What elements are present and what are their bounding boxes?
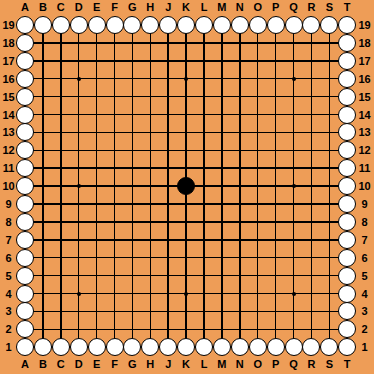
- coord-label-top-H: H: [146, 2, 154, 13]
- coord-label-right-4: 4: [361, 288, 367, 299]
- coord-label-right-11: 11: [359, 163, 371, 174]
- stone-white-T8[interactable]: [338, 213, 356, 231]
- stone-white-T1[interactable]: [338, 338, 356, 356]
- stone-white-T3[interactable]: [338, 302, 356, 320]
- stone-white-O19[interactable]: [249, 16, 267, 34]
- coord-label-bottom-L: L: [201, 359, 208, 370]
- coord-label-left-17: 17: [2, 55, 14, 66]
- coord-label-top-N: N: [236, 2, 244, 13]
- stone-white-A15[interactable]: [16, 88, 34, 106]
- stone-white-T7[interactable]: [338, 231, 356, 249]
- coord-label-left-6: 6: [5, 252, 11, 263]
- coord-label-bottom-S: S: [326, 359, 333, 370]
- coord-label-left-1: 1: [5, 342, 11, 353]
- coord-label-right-15: 15: [358, 91, 370, 102]
- grid-line-horizontal-2: [24, 329, 348, 331]
- coord-label-bottom-E: E: [93, 359, 100, 370]
- coord-label-left-11: 11: [3, 163, 15, 174]
- coord-label-right-9: 9: [361, 199, 367, 210]
- coord-label-bottom-Q: Q: [289, 359, 298, 370]
- stone-white-N19[interactable]: [231, 16, 249, 34]
- stone-white-A5[interactable]: [16, 267, 34, 285]
- coord-label-right-7: 7: [361, 234, 367, 245]
- grid-line-vertical-R: [311, 24, 313, 348]
- coord-label-left-8: 8: [5, 216, 11, 227]
- coord-label-bottom-C: C: [57, 359, 65, 370]
- go-app-window: AA1919BB1818CC1717DD1616EE1515FF1414GG13…: [0, 0, 374, 374]
- stone-white-C19[interactable]: [52, 16, 70, 34]
- stone-white-F19[interactable]: [106, 16, 124, 34]
- stone-white-A10[interactable]: [16, 177, 34, 195]
- coord-label-right-17: 17: [358, 55, 370, 66]
- stone-white-A11[interactable]: [16, 159, 34, 177]
- coord-label-top-P: P: [272, 2, 279, 13]
- stone-white-A3[interactable]: [16, 302, 34, 320]
- stone-white-J19[interactable]: [159, 16, 177, 34]
- coord-label-left-15: 15: [2, 91, 14, 102]
- coord-label-bottom-A: A: [21, 359, 29, 370]
- stone-white-P1[interactable]: [267, 338, 285, 356]
- grid-line-horizontal-9: [24, 203, 348, 205]
- stone-white-T9[interactable]: [338, 195, 356, 213]
- stone-white-A12[interactable]: [16, 141, 34, 159]
- coord-label-top-L: L: [201, 2, 208, 13]
- stone-white-F1[interactable]: [106, 338, 124, 356]
- coord-label-top-Q: Q: [289, 2, 298, 13]
- stone-white-T16[interactable]: [338, 70, 356, 88]
- coord-label-left-18: 18: [2, 37, 14, 48]
- grid-line-horizontal-7: [24, 239, 348, 241]
- stone-white-A18[interactable]: [16, 34, 34, 52]
- stone-white-T11[interactable]: [338, 159, 356, 177]
- stone-white-D19[interactable]: [70, 16, 88, 34]
- stone-white-M19[interactable]: [213, 16, 231, 34]
- coord-label-bottom-T: T: [344, 359, 351, 370]
- coord-label-right-1: 1: [361, 342, 367, 353]
- stone-white-H1[interactable]: [141, 338, 159, 356]
- stone-white-E1[interactable]: [88, 338, 106, 356]
- stone-white-H19[interactable]: [141, 16, 159, 34]
- stone-white-T18[interactable]: [338, 34, 356, 52]
- coord-label-top-O: O: [253, 2, 262, 13]
- grid-line-horizontal-6: [24, 257, 348, 259]
- coord-label-top-K: K: [182, 2, 190, 13]
- coord-label-bottom-H: H: [146, 359, 154, 370]
- stone-white-S19[interactable]: [320, 16, 338, 34]
- coord-label-left-12: 12: [2, 145, 14, 156]
- coord-label-bottom-D: D: [75, 359, 83, 370]
- stone-white-T12[interactable]: [338, 141, 356, 159]
- stone-white-A14[interactable]: [16, 106, 34, 124]
- coord-label-bottom-B: B: [39, 359, 47, 370]
- coord-label-bottom-N: N: [236, 359, 244, 370]
- stone-white-A16[interactable]: [16, 70, 34, 88]
- stone-white-P19[interactable]: [267, 16, 285, 34]
- stone-white-Q1[interactable]: [285, 338, 303, 356]
- coord-label-right-14: 14: [358, 109, 370, 120]
- stone-white-L19[interactable]: [195, 16, 213, 34]
- coord-label-right-16: 16: [358, 73, 370, 84]
- coord-label-top-C: C: [57, 2, 65, 13]
- coord-label-right-3: 3: [361, 306, 367, 317]
- coord-label-bottom-J: J: [165, 359, 171, 370]
- coord-label-bottom-M: M: [217, 359, 226, 370]
- stone-white-A6[interactable]: [16, 249, 34, 267]
- stone-white-T15[interactable]: [338, 88, 356, 106]
- coord-label-left-9: 9: [5, 199, 11, 210]
- coord-label-left-3: 3: [5, 306, 11, 317]
- stone-white-T14[interactable]: [338, 106, 356, 124]
- stone-white-T19[interactable]: [338, 16, 356, 34]
- coord-label-top-F: F: [111, 2, 118, 13]
- coord-label-top-M: M: [217, 2, 226, 13]
- stone-white-K19[interactable]: [177, 16, 195, 34]
- stone-white-B19[interactable]: [34, 16, 52, 34]
- hoshi-point-D16: [77, 77, 81, 81]
- stone-white-R19[interactable]: [302, 16, 320, 34]
- coord-label-bottom-G: G: [128, 359, 137, 370]
- hoshi-point-D4: [77, 292, 81, 296]
- stone-white-A8[interactable]: [16, 213, 34, 231]
- grid-line-vertical-O: [257, 24, 259, 348]
- stone-white-T13[interactable]: [338, 123, 356, 141]
- stone-white-C1[interactable]: [52, 338, 70, 356]
- coord-label-right-18: 18: [358, 37, 370, 48]
- grid-line-horizontal-8: [24, 221, 348, 223]
- stone-white-T17[interactable]: [338, 52, 356, 70]
- stone-white-A17[interactable]: [16, 52, 34, 70]
- coord-label-left-2: 2: [5, 324, 11, 335]
- stone-white-L1[interactable]: [195, 338, 213, 356]
- hoshi-point-K16: [184, 77, 188, 81]
- stone-white-A1[interactable]: [16, 338, 34, 356]
- coord-label-top-R: R: [307, 2, 315, 13]
- coord-label-right-10: 10: [358, 181, 370, 192]
- stone-white-D1[interactable]: [70, 338, 88, 356]
- coord-label-left-14: 14: [2, 109, 14, 120]
- grid-line-vertical-M: [221, 24, 223, 348]
- coord-label-left-16: 16: [2, 73, 14, 84]
- grid-line-vertical-L: [203, 24, 205, 348]
- stone-black-K10[interactable]: [177, 177, 195, 195]
- stone-white-A19[interactable]: [16, 16, 34, 34]
- hoshi-point-Q16: [292, 77, 296, 81]
- coord-label-right-2: 2: [361, 324, 367, 335]
- stone-white-S1[interactable]: [320, 338, 338, 356]
- coord-label-left-7: 7: [5, 234, 11, 245]
- stone-white-E19[interactable]: [88, 16, 106, 34]
- coord-label-left-13: 13: [2, 127, 14, 138]
- hoshi-point-Q4: [292, 292, 296, 296]
- coord-label-top-E: E: [93, 2, 100, 13]
- coord-label-top-D: D: [75, 2, 83, 13]
- coord-label-bottom-K: K: [182, 359, 190, 370]
- stone-white-A7[interactable]: [16, 231, 34, 249]
- coord-label-right-13: 13: [358, 127, 370, 138]
- coord-label-top-G: G: [128, 2, 137, 13]
- coord-label-left-5: 5: [5, 270, 11, 281]
- grid-line-vertical-N: [239, 24, 241, 348]
- coord-label-right-6: 6: [361, 252, 367, 263]
- stone-white-A4[interactable]: [16, 285, 34, 303]
- stone-white-J1[interactable]: [159, 338, 177, 356]
- stone-white-R1[interactable]: [302, 338, 320, 356]
- stone-white-K1[interactable]: [177, 338, 195, 356]
- hoshi-point-Q10: [292, 184, 296, 188]
- stone-white-T4[interactable]: [338, 285, 356, 303]
- stone-white-T2[interactable]: [338, 320, 356, 338]
- hoshi-point-K4: [184, 292, 188, 296]
- coord-label-top-S: S: [326, 2, 333, 13]
- stone-white-A13[interactable]: [16, 123, 34, 141]
- coord-label-bottom-P: P: [272, 359, 279, 370]
- coord-label-top-T: T: [344, 2, 351, 13]
- grid-line-horizontal-3: [24, 311, 348, 313]
- coord-label-left-4: 4: [5, 288, 11, 299]
- stone-white-T6[interactable]: [338, 249, 356, 267]
- coord-label-bottom-R: R: [307, 359, 315, 370]
- coord-label-bottom-F: F: [111, 359, 118, 370]
- coord-label-top-J: J: [165, 2, 171, 13]
- coord-label-top-B: B: [39, 2, 47, 13]
- grid-line-horizontal-5: [24, 275, 348, 277]
- coord-label-bottom-O: O: [253, 359, 262, 370]
- coord-label-top-A: A: [21, 2, 29, 13]
- stone-white-A2[interactable]: [16, 320, 34, 338]
- coord-label-left-10: 10: [2, 181, 14, 192]
- coord-label-right-12: 12: [358, 145, 370, 156]
- coord-label-right-8: 8: [361, 216, 367, 227]
- hoshi-point-D10: [77, 184, 81, 188]
- stone-white-O1[interactable]: [249, 338, 267, 356]
- stone-white-T10[interactable]: [338, 177, 356, 195]
- stone-white-N1[interactable]: [231, 338, 249, 356]
- coord-label-right-5: 5: [361, 270, 367, 281]
- stone-white-Q19[interactable]: [285, 16, 303, 34]
- stone-white-G1[interactable]: [123, 338, 141, 356]
- coord-label-left-19: 19: [2, 20, 14, 31]
- grid-line-vertical-P: [275, 24, 277, 348]
- coord-label-right-19: 19: [358, 20, 370, 31]
- stone-white-M1[interactable]: [213, 338, 231, 356]
- stone-white-A9[interactable]: [16, 195, 34, 213]
- stone-white-G19[interactable]: [123, 16, 141, 34]
- go-board[interactable]: [0, 0, 374, 374]
- grid-line-vertical-S: [329, 24, 331, 348]
- stone-white-T5[interactable]: [338, 267, 356, 285]
- stone-white-B1[interactable]: [34, 338, 52, 356]
